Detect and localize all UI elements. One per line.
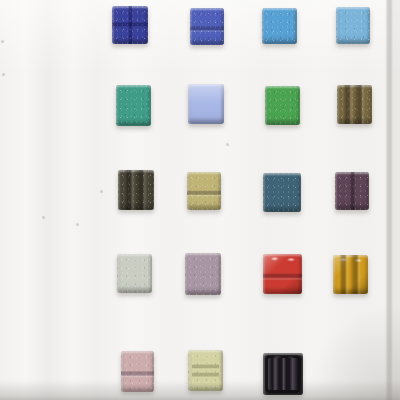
tile-r1c1-dark-royal-blue (112, 6, 148, 44)
tile-r5c2-pale-celadon (188, 350, 223, 391)
tile-r3c2-khaki (187, 172, 221, 210)
tile-r1c4-light-sky-blue (336, 7, 370, 44)
tile-r4c1-pale-sage (117, 254, 152, 293)
tile-r4c4-amber (333, 255, 368, 294)
tile-r4c3-red (263, 254, 302, 294)
tile-r3c4-plum (335, 172, 369, 210)
dust-speck (42, 216, 45, 219)
tile-r4c2-mauve (185, 253, 221, 295)
tile-r1c2-royal-blue (190, 8, 224, 45)
dust-speck (226, 143, 229, 146)
dust-speck (2, 73, 5, 76)
tile-grid (0, 0, 400, 400)
tile-r5c3-black (263, 353, 303, 395)
tile-r2c2-periwinkle (188, 84, 224, 124)
tile-r3c1-dark-olive (118, 170, 154, 210)
tile-r1c3-sky-blue (262, 8, 297, 44)
tile-r2c4-olive-brown (337, 85, 372, 124)
photo-canvas (0, 0, 400, 400)
dust-speck (1, 40, 4, 43)
dust-speck (100, 190, 103, 193)
tile-r3c3-slate-teal (263, 173, 301, 212)
tile-r2c1-teal-green (116, 85, 151, 126)
tile-r5c1-dusty-pink (121, 351, 154, 392)
dust-speck (76, 223, 79, 226)
tile-r2c3-green (265, 86, 300, 125)
